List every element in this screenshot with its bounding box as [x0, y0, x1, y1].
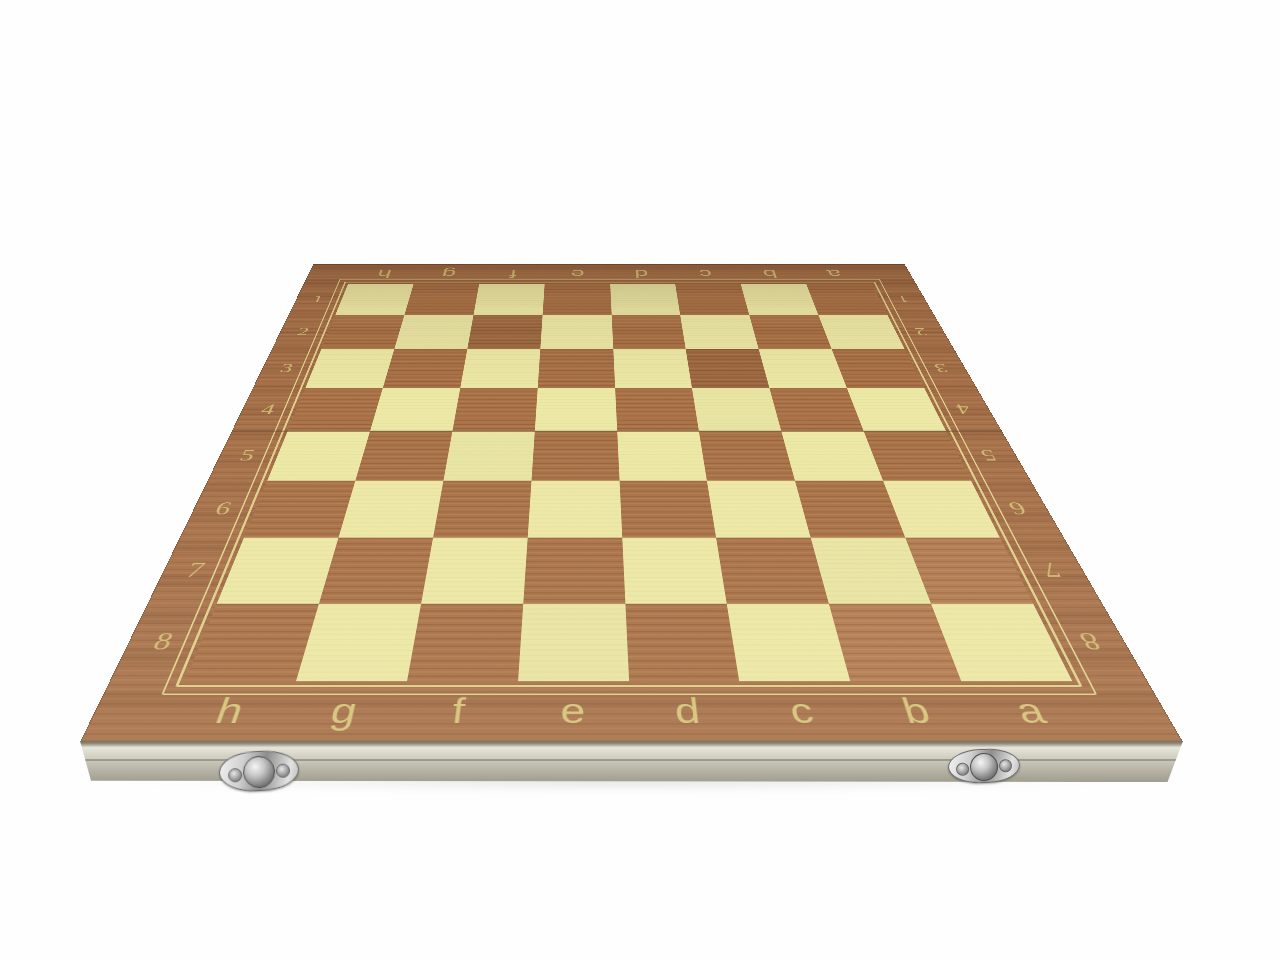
square-d5: [617, 431, 707, 481]
file-label-far-h: h: [375, 268, 393, 279]
square-f1: [473, 284, 544, 315]
square-h7: [217, 538, 339, 604]
square-e8: [518, 604, 629, 681]
square-h1: [335, 284, 413, 315]
square-d2: [611, 315, 686, 349]
square-e6: [527, 481, 622, 538]
square-c2: [680, 315, 758, 349]
rank-label-right-6: 6: [1006, 499, 1030, 517]
file-label-near-a: a: [1010, 694, 1050, 729]
square-c4: [692, 388, 781, 432]
square-c5: [699, 431, 795, 481]
file-label-far-b: b: [761, 268, 779, 279]
file-label-far-e: e: [570, 268, 584, 279]
rank-label-right-8: 8: [1075, 629, 1105, 653]
file-label-far-f: f: [509, 268, 517, 279]
rank-label-left-4: 4: [259, 402, 278, 416]
square-h5: [267, 431, 370, 481]
file-label-near-c: c: [787, 694, 817, 729]
square-h3: [305, 349, 394, 388]
square-c7: [716, 538, 829, 604]
file-label-near-h: h: [211, 694, 248, 729]
rank-label-right-5: 5: [978, 447, 1000, 463]
square-d3: [613, 349, 692, 388]
photo-background: hgfedcbahgfedcba1234567812345678: [0, 0, 1280, 960]
chessboard-grid: [185, 284, 1072, 682]
file-label-far-a: a: [825, 268, 844, 279]
square-a1: [806, 284, 887, 315]
chessboard: hgfedcbahgfedcba1234567812345678: [80, 264, 1183, 742]
square-c3: [686, 349, 770, 388]
square-e7: [523, 538, 625, 604]
square-g7: [319, 538, 433, 604]
file-label-far-d: d: [634, 268, 649, 279]
rank-label-right-2: 2: [913, 326, 930, 337]
rank-label-left-8: 8: [150, 629, 178, 653]
square-e2: [540, 315, 613, 349]
square-g6: [338, 481, 443, 538]
file-label-near-g: g: [327, 694, 360, 729]
square-d8: [625, 604, 740, 681]
fold-seam-line: [231, 431, 1002, 432]
square-g8: [296, 604, 421, 681]
rank-label-right-3: 3: [932, 362, 950, 374]
square-e3: [537, 349, 614, 388]
square-d6: [619, 481, 716, 538]
square-a2: [818, 315, 904, 349]
square-e4: [535, 388, 617, 432]
square-f5: [443, 431, 534, 481]
rank-label-right-1: 1: [895, 294, 911, 304]
clasp-right: [947, 748, 1020, 784]
square-a4: [847, 388, 946, 432]
rank-label-left-6: 6: [212, 499, 234, 517]
square-g3: [383, 349, 467, 388]
square-f3: [460, 349, 540, 388]
file-label-far-c: c: [698, 268, 713, 279]
square-d7: [622, 538, 727, 604]
square-f2: [467, 315, 542, 349]
file-label-near-e: e: [560, 694, 585, 729]
file-label-near-d: d: [673, 694, 701, 729]
square-e5: [531, 431, 619, 481]
rank-label-right-7: 7: [1038, 559, 1065, 580]
square-b1: [741, 284, 819, 315]
square-f7: [421, 538, 528, 604]
square-h2: [321, 315, 404, 349]
square-f8: [407, 604, 523, 681]
square-d1: [610, 284, 680, 315]
rank-label-left-1: 1: [311, 294, 326, 304]
square-f4: [452, 388, 537, 432]
square-a3: [832, 349, 924, 388]
clasp-left: [218, 749, 300, 793]
square-g2: [394, 315, 473, 349]
square-g4: [370, 388, 460, 432]
square-c6: [707, 481, 811, 538]
square-g5: [355, 431, 452, 481]
perspective-scene: hgfedcbahgfedcba1234567812345678: [80, 0, 1183, 742]
rank-label-right-4: 4: [953, 402, 973, 416]
square-c1: [675, 284, 749, 315]
file-label-near-b: b: [898, 694, 934, 729]
square-h4: [288, 388, 383, 432]
square-g1: [404, 284, 479, 315]
rank-label-left-5: 5: [237, 447, 257, 463]
file-label-far-g: g: [440, 268, 457, 279]
file-label-near-f: f: [450, 694, 467, 729]
rank-label-left-2: 2: [295, 326, 311, 337]
square-e1: [542, 284, 611, 315]
square-a5: [864, 431, 971, 481]
square-f6: [433, 481, 531, 538]
rank-label-left-7: 7: [183, 559, 208, 580]
square-h6: [244, 481, 355, 538]
square-d4: [615, 388, 699, 432]
rank-label-left-3: 3: [278, 362, 295, 374]
